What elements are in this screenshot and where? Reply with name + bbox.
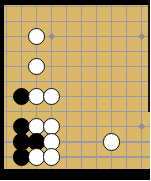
stone-white <box>28 58 45 75</box>
board-edge-bottom <box>0 169 150 181</box>
grid-line-vertical <box>126 5 127 169</box>
grid-line-horizontal <box>4 111 151 112</box>
star-point <box>48 33 56 41</box>
grid-line-horizontal <box>4 66 151 67</box>
grid-line-vertical <box>96 5 97 169</box>
stone-white <box>43 148 60 165</box>
star-point <box>138 123 146 131</box>
grid-line-vertical <box>81 5 82 169</box>
grid-line-horizontal <box>4 6 151 7</box>
stone-white <box>28 28 45 45</box>
star-point <box>138 33 146 41</box>
stone-white <box>43 88 60 105</box>
grid-line-horizontal <box>4 21 151 22</box>
board-edge-left <box>0 0 4 180</box>
grid-line-vertical <box>6 5 7 169</box>
crop-edge-right <box>148 0 150 112</box>
grid-line-horizontal <box>4 36 151 37</box>
go-diagram <box>0 0 150 180</box>
stone-white <box>103 133 120 150</box>
grid-line-vertical <box>66 5 67 169</box>
grid-line-horizontal <box>4 81 151 82</box>
go-board[interactable] <box>0 0 150 180</box>
board-edge-top <box>0 0 150 5</box>
grid-line-horizontal <box>4 51 151 52</box>
grid-line-vertical <box>141 5 142 169</box>
